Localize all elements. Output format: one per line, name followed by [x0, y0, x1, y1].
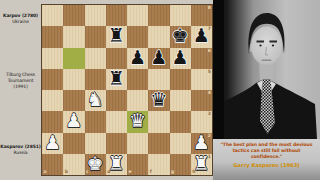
square-d4 — [106, 90, 127, 111]
square-e5 — [127, 69, 148, 90]
coord-rank-5: 5 — [208, 70, 211, 75]
piece-black-queen-f4: ♛ — [150, 90, 167, 109]
coord-file-g: g — [171, 170, 174, 175]
piece-white-rook-d1: ♜ — [108, 154, 125, 173]
event-line-3: (1991) — [0, 84, 41, 90]
coord-file-f: f — [150, 170, 152, 175]
square-c3 — [85, 111, 106, 132]
square-f6: ♟ — [148, 48, 169, 69]
bottom-player-info: Kasparov (2851) Russia — [0, 144, 41, 156]
square-c8 — [85, 5, 106, 26]
square-c2 — [85, 133, 106, 154]
square-g1: g — [170, 154, 191, 175]
square-h8: 8 — [191, 5, 212, 26]
square-f3 — [148, 111, 169, 132]
piece-white-pawn-a2: ♟ — [44, 133, 61, 152]
bottom-player-country: Russia — [0, 150, 41, 156]
square-d1: d♜ — [106, 154, 127, 175]
square-f4: ♛ — [148, 90, 169, 111]
square-a4 — [42, 90, 63, 111]
square-b8 — [63, 5, 84, 26]
coord-file-e: e — [129, 170, 132, 175]
square-b7 — [63, 26, 84, 47]
piece-white-knight-c4: ♞ — [87, 90, 104, 109]
photo-left-shadow — [213, 0, 224, 139]
square-c1: c♚ — [85, 154, 106, 175]
square-c6 — [85, 48, 106, 69]
square-h7: 7♟ — [191, 26, 212, 47]
square-d6 — [106, 48, 127, 69]
square-a2: ♟ — [42, 133, 63, 154]
kasparov-portrait-photo — [213, 0, 320, 139]
piece-white-rook-h1: ♜ — [193, 154, 210, 173]
event-info: Tilburg Chess Tournament (1991) — [0, 72, 41, 90]
chess-board: 8♜♚7♟♟♟♟6♜5♞♛4♟♛3♟2♟abc♚d♜efg1h♜ — [42, 5, 212, 175]
square-g7: ♚ — [170, 26, 191, 47]
piece-black-pawn-e6: ♟ — [129, 48, 146, 67]
square-a8 — [42, 5, 63, 26]
square-b3: ♟ — [63, 111, 84, 132]
square-c4: ♞ — [85, 90, 106, 111]
quote-panel: "The best plan and the most devious tact… — [213, 139, 320, 180]
quote-text: "The best plan and the most devious tact… — [217, 142, 316, 159]
square-b4 — [63, 90, 84, 111]
square-f1: f — [148, 154, 169, 175]
quote-attribution: Garry Kasparov (1963) — [213, 162, 320, 168]
square-e1: e — [127, 154, 148, 175]
square-g6: ♟ — [170, 48, 191, 69]
square-f2 — [148, 133, 169, 154]
square-g2 — [170, 133, 191, 154]
square-a6 — [42, 48, 63, 69]
coord-rank-4: 4 — [208, 91, 211, 96]
piece-white-king-c1: ♚ — [87, 154, 104, 173]
square-d5: ♜ — [106, 69, 127, 90]
piece-white-queen-e3: ♛ — [129, 111, 146, 130]
square-f8 — [148, 5, 169, 26]
coord-file-a: a — [44, 170, 47, 175]
left-info-panel: Karpov (2780) Ukraine Tilburg Chess Tour… — [0, 0, 41, 180]
square-h4: 4 — [191, 90, 212, 111]
coord-rank-8: 8 — [208, 6, 211, 11]
square-h5: 5 — [191, 69, 212, 90]
piece-black-pawn-f6: ♟ — [150, 48, 167, 67]
square-e6: ♟ — [127, 48, 148, 69]
portrait-eye-right — [272, 44, 274, 46]
square-h6: 6 — [191, 48, 212, 69]
square-e3: ♛ — [127, 111, 148, 132]
portrait-eye-left — [259, 44, 261, 46]
piece-black-rook-d7: ♜ — [108, 26, 125, 45]
square-c7 — [85, 26, 106, 47]
square-b2 — [63, 133, 84, 154]
square-g3 — [170, 111, 191, 132]
portrait-mouth — [262, 60, 272, 61]
piece-black-pawn-g6: ♟ — [172, 48, 189, 67]
square-g8 — [170, 5, 191, 26]
top-player-info: Karpov (2780) Ukraine — [0, 13, 41, 25]
square-b1: b — [63, 154, 84, 175]
square-e2 — [127, 133, 148, 154]
square-d2 — [106, 133, 127, 154]
square-d7: ♜ — [106, 26, 127, 47]
square-d8 — [106, 5, 127, 26]
square-e4 — [127, 90, 148, 111]
square-c5 — [85, 69, 106, 90]
square-a7 — [42, 26, 63, 47]
piece-white-pawn-b3: ♟ — [65, 111, 82, 130]
square-a1: a — [42, 154, 63, 175]
chess-board-frame: 8♜♚7♟♟♟♟6♜5♞♛4♟♛3♟2♟abc♚d♜efg1h♜ — [41, 4, 213, 176]
square-b5 — [63, 69, 84, 90]
square-a5 — [42, 69, 63, 90]
square-e8 — [127, 5, 148, 26]
square-e7 — [127, 26, 148, 47]
piece-white-pawn-h2: ♟ — [193, 133, 210, 152]
square-b6 — [63, 48, 84, 69]
piece-black-rook-d5: ♜ — [108, 69, 125, 88]
coord-file-b: b — [65, 170, 68, 175]
square-f5 — [148, 69, 169, 90]
square-g4 — [170, 90, 191, 111]
coord-rank-3: 3 — [208, 112, 211, 117]
piece-black-king-g7: ♚ — [172, 26, 189, 45]
portrait-eyebrow-left — [257, 41, 265, 43]
square-g5 — [170, 69, 191, 90]
square-h1: 1h♜ — [191, 154, 212, 175]
top-player-country: Ukraine — [0, 19, 41, 25]
square-f7 — [148, 26, 169, 47]
piece-black-pawn-h7: ♟ — [193, 26, 210, 45]
video-thumbnail: Karpov (2780) Ukraine Tilburg Chess Tour… — [0, 0, 320, 180]
coord-rank-6: 6 — [208, 49, 211, 54]
portrait-eyebrow-right — [270, 41, 278, 43]
square-h3: 3 — [191, 111, 212, 132]
square-d3 — [106, 111, 127, 132]
square-a3 — [42, 111, 63, 132]
kasparov-photo-panel — [213, 0, 320, 139]
square-h2: 2♟ — [191, 133, 212, 154]
